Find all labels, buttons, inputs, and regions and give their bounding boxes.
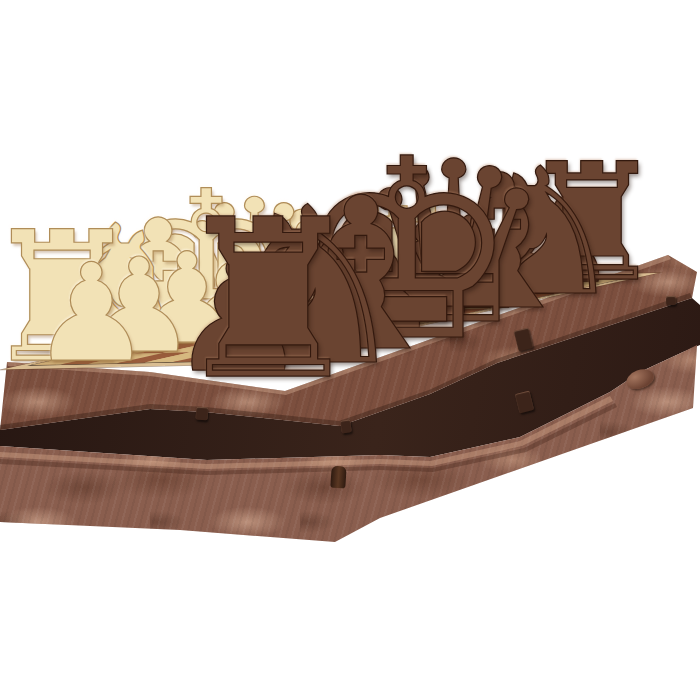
piece-black-rook: ♜ (170, 191, 367, 410)
chess-set-photo: ♜♞♝♛♚♝♞♜♟♟♟♟♟♟♟♟♟♟♟♟♟♟♟♟♜♞♝♛♚♝♞♜ (0, 0, 700, 700)
pieces-layer: ♜♞♝♛♚♝♞♜♟♟♟♟♟♟♟♟♟♟♟♟♟♟♟♟♜♞♝♛♚♝♞♜ (0, 0, 700, 700)
piece-white-pawn: ♟ (31, 246, 152, 381)
